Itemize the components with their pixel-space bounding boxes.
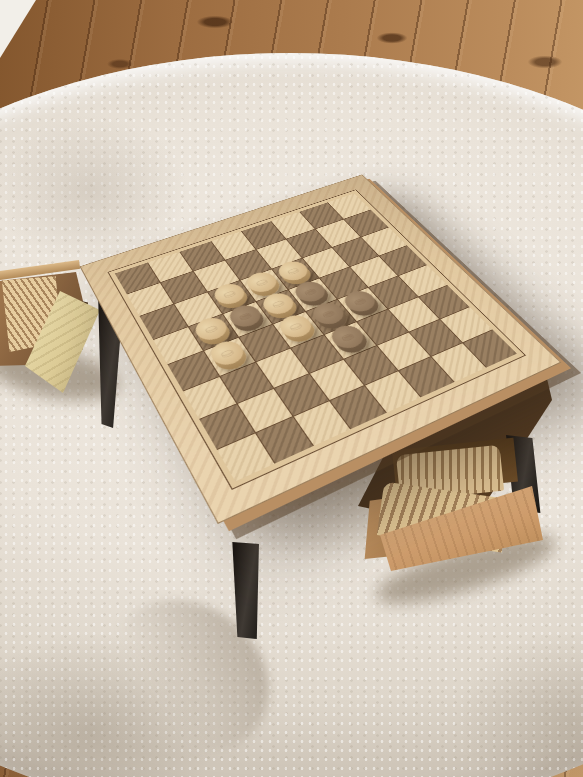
draughts-man-glyph-light: ⛀ [286,319,305,333]
draughts-man-glyph-dark: ⛂ [236,309,254,323]
draughts-man-glyph-dark: ⛂ [319,307,337,320]
draughts-man-glyph-light: ⛀ [218,346,237,361]
draughts-man-glyph-light: ⛀ [253,276,270,288]
draughts-man-glyph-light: ⛀ [202,322,220,336]
scene: ⛀⛀⛀⛀⛂⛀⛂⛀⛀⛂⛂⛂ Overhead photo of a handmad… [0,0,583,777]
draughts-man-glyph-light: ⛀ [269,297,287,310]
draughts-man-glyph-light: ⛀ [221,288,238,301]
draughts-man-glyph-dark: ⛂ [351,295,369,308]
draughts-man-glyph-dark: ⛂ [301,285,319,298]
draughts-man-glyph-dark: ⛂ [338,330,357,344]
draughts-man-glyph-light: ⛀ [284,265,301,277]
